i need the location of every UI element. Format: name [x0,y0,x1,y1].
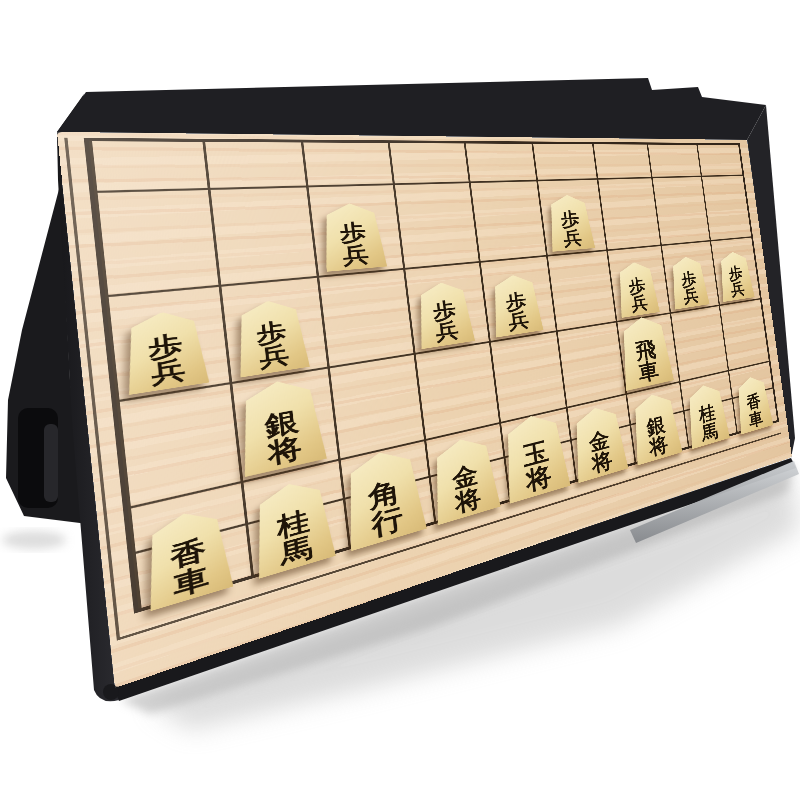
piece-kanji: 兵 [730,281,746,299]
piece-face: 飛車 [617,314,674,391]
piece-kanji: 将 [591,449,614,476]
piece-kanji: 兵 [150,357,187,388]
shogi-piece-香車-19[interactable]: 香車 [734,373,774,434]
clasp-shadow [2,531,66,549]
piece-kanji: 兵 [434,320,459,344]
piece-kanji: 将 [454,485,483,516]
piece-face: 歩兵 [121,308,210,395]
piece-kanji: 車 [172,563,210,601]
shogi-piece-歩兵-6[interactable]: 歩兵 [614,260,659,318]
piece-kanji: 兵 [341,243,370,267]
shogi-piece-歩兵-0[interactable]: 歩兵 [318,202,387,272]
piece-face: 歩兵 [614,260,659,318]
piece-face: 歩兵 [414,280,475,349]
shogi-piece-歩兵-1[interactable]: 歩兵 [545,194,595,252]
piece-face: 歩兵 [668,255,709,309]
shogi-piece-歩兵-8[interactable]: 歩兵 [717,250,755,302]
piece-kanji: 将 [525,463,554,495]
piece-kanji: 兵 [258,343,290,371]
shogi-set-photo: 歩兵歩兵歩兵歩兵歩兵歩兵歩兵歩兵歩兵銀将飛車香車桂馬角行金将玉将金将銀将桂馬香車 [0,0,800,800]
shogi-piece-飛車-10[interactable]: 飛車 [617,314,674,391]
shogi-piece-銀将-17[interactable]: 銀将 [629,389,683,465]
piece-face: 歩兵 [488,273,543,338]
piece-face: 歩兵 [232,297,310,377]
piece-kanji: 兵 [630,294,649,314]
shogi-piece-歩兵-2[interactable]: 歩兵 [121,308,210,395]
case-top-edge [57,78,766,140]
piece-face: 銀将 [629,389,683,465]
piece-kanji: 行 [370,505,405,542]
case-handle-bar[interactable] [44,424,58,502]
piece-face: 歩兵 [545,194,595,252]
piece-kanji: 将 [267,434,303,468]
piece-kanji: 車 [637,360,660,386]
piece-face: 桂馬 [684,381,730,449]
piece-kanji: 兵 [507,310,530,333]
piece-face: 歩兵 [318,202,387,272]
shogi-piece-歩兵-3[interactable]: 歩兵 [232,297,310,377]
shogi-piece-桂馬-18[interactable]: 桂馬 [684,381,730,449]
piece-kanji: 馬 [701,421,719,444]
piece-kanji: 将 [648,434,669,459]
piece-face: 香車 [734,373,774,434]
piece-face: 歩兵 [717,250,755,302]
shogi-piece-歩兵-7[interactable]: 歩兵 [668,255,709,309]
shogi-piece-歩兵-4[interactable]: 歩兵 [414,280,475,349]
piece-kanji: 馬 [279,533,314,569]
piece-kanji: 兵 [683,287,700,306]
shogi-piece-歩兵-5[interactable]: 歩兵 [488,273,543,338]
piece-kanji: 車 [748,409,764,430]
piece-kanji: 兵 [562,228,583,248]
